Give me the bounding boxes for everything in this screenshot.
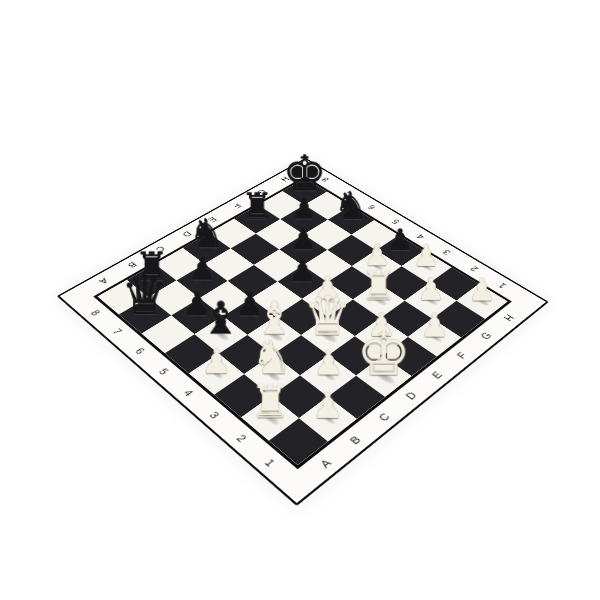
square-a6[interactable] — [141, 315, 194, 353]
white-queen-icon: ♛︎ — [303, 289, 352, 343]
label-file-b-rank1-edge: B — [341, 429, 369, 451]
white-pawn-icon: ♟︎ — [413, 241, 440, 271]
white-king-icon: ♚︎ — [356, 324, 411, 385]
black-pawn-icon: ♟︎ — [290, 224, 316, 253]
chess-board: ♚︎♜︎♞︎♜︎♛︎♟︎♟︎♟︎♟︎♞︎♝︎♟︎♟︎♟︎♟︎♝︎♟︎♟︎♞︎♛︎… — [93, 176, 512, 469]
white-rook-icon: ♜︎ — [250, 379, 291, 424]
label-rank-7-afile-edge: 7 — [105, 323, 129, 341]
black-pawn-icon: ♟︎ — [289, 256, 316, 286]
label-file-a-rank1-edge: A — [311, 452, 340, 475]
label-rank-5-afile-edge: 5 — [151, 362, 176, 381]
chess-mat: ♚︎♜︎♞︎♜︎♛︎♟︎♟︎♟︎♟︎♞︎♝︎♟︎♟︎♟︎♟︎♝︎♟︎♟︎♞︎♛︎… — [57, 158, 549, 506]
black-bishop-icon: ♝︎ — [201, 296, 241, 341]
white-pawn-icon: ♟︎ — [420, 309, 449, 341]
square-a1[interactable] — [269, 418, 328, 465]
photo-scene: ♚︎♜︎♞︎♜︎♛︎♟︎♟︎♟︎♟︎♞︎♝︎♟︎♟︎♟︎♟︎♝︎♟︎♟︎♞︎♛︎… — [0, 0, 600, 600]
label-rank-6-afile-edge: 6 — [128, 342, 153, 360]
product-photo-stage: ♚︎♜︎♞︎♜︎♛︎♟︎♟︎♟︎♟︎♞︎♝︎♟︎♟︎♟︎♟︎♝︎♟︎♟︎♞︎♛︎… — [0, 0, 600, 600]
black-knight-icon: ♞︎ — [334, 187, 368, 225]
black-queen-icon: ♛︎ — [121, 269, 168, 322]
white-pawn-icon: ♟︎ — [202, 345, 232, 379]
label-rank-8-afile-edge: 8 — [84, 304, 108, 321]
white-rook-icon: ♜︎ — [361, 265, 397, 305]
label-rank-4-afile-edge: 4 — [176, 383, 202, 403]
label-file-c-rank1-edge: C — [370, 407, 397, 428]
white-pawn-icon: ♟︎ — [468, 274, 496, 305]
label-file-e-rank1-edge: E — [424, 365, 450, 384]
black-rook-icon: ♜︎ — [241, 188, 274, 224]
black-king-icon: ♚︎ — [283, 149, 327, 198]
label-file-f-rank1-edge: F — [449, 346, 474, 364]
label-file-d-rank1-edge: D — [398, 386, 424, 406]
white-pawn-icon: ♟︎ — [312, 388, 344, 423]
white-knight-icon: ♞︎ — [252, 335, 293, 381]
black-knight-icon: ♞︎ — [189, 214, 225, 254]
white-pawn-icon: ♟︎ — [313, 346, 343, 380]
label-file-g-rank1-edge: G — [473, 327, 498, 345]
white-pawn-icon: ♟︎ — [416, 274, 444, 305]
label-file-h-rank1-edge: H — [497, 309, 521, 326]
black-pawn-icon: ♟︎ — [387, 225, 413, 254]
